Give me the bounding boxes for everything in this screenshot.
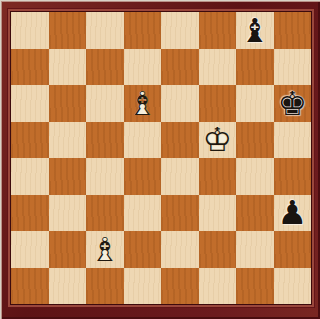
square-f7[interactable] [199,49,237,86]
square-c1[interactable] [86,268,124,305]
square-c3[interactable] [86,195,124,232]
square-d5[interactable] [124,122,162,159]
square-h6[interactable]: ♚ [274,85,312,122]
square-b1[interactable] [49,268,87,305]
square-d6[interactable]: ♝♗ [124,85,162,122]
square-b4[interactable] [49,158,87,195]
square-h8[interactable] [274,12,312,49]
black-king[interactable]: ♚ [274,85,312,122]
black-pawn-glyph: ♟ [274,195,312,232]
square-g8[interactable]: ♝ [236,12,274,49]
square-b3[interactable] [49,195,87,232]
square-g5[interactable] [236,122,274,159]
black-bishop[interactable]: ♝ [236,12,274,49]
square-g7[interactable] [236,49,274,86]
black-king-glyph: ♚ [274,85,312,122]
square-d1[interactable] [124,268,162,305]
square-g3[interactable] [236,195,274,232]
square-f1[interactable] [199,268,237,305]
square-b6[interactable] [49,85,87,122]
square-c6[interactable] [86,85,124,122]
black-bishop-glyph: ♝ [236,12,274,49]
square-c5[interactable] [86,122,124,159]
square-c8[interactable] [86,12,124,49]
square-g6[interactable] [236,85,274,122]
square-f3[interactable] [199,195,237,232]
square-b5[interactable] [49,122,87,159]
square-e1[interactable] [161,268,199,305]
square-e7[interactable] [161,49,199,86]
white-bishop-glyph: ♗ [124,85,162,122]
square-e3[interactable] [161,195,199,232]
square-b2[interactable] [49,231,87,268]
square-e5[interactable] [161,122,199,159]
square-d4[interactable] [124,158,162,195]
square-a2[interactable] [11,231,49,268]
square-a4[interactable] [11,158,49,195]
square-c7[interactable] [86,49,124,86]
square-b7[interactable] [49,49,87,86]
square-a3[interactable] [11,195,49,232]
square-c2[interactable]: ♝♗ [86,231,124,268]
white-bishop[interactable]: ♝♗ [86,231,124,268]
white-king-glyph: ♔ [199,122,237,159]
square-f5[interactable]: ♚♔ [199,122,237,159]
square-e8[interactable] [161,12,199,49]
square-a8[interactable] [11,12,49,49]
square-a7[interactable] [11,49,49,86]
square-a6[interactable] [11,85,49,122]
square-g2[interactable] [236,231,274,268]
square-b8[interactable] [49,12,87,49]
square-e2[interactable] [161,231,199,268]
square-d2[interactable] [124,231,162,268]
square-f8[interactable] [199,12,237,49]
square-h3[interactable]: ♟ [274,195,312,232]
square-c4[interactable] [86,158,124,195]
square-f2[interactable] [199,231,237,268]
square-a1[interactable] [11,268,49,305]
square-h4[interactable] [274,158,312,195]
square-h7[interactable] [274,49,312,86]
square-d7[interactable] [124,49,162,86]
square-e4[interactable] [161,158,199,195]
square-e6[interactable] [161,85,199,122]
square-h2[interactable] [274,231,312,268]
white-king[interactable]: ♚♔ [199,122,237,159]
black-pawn[interactable]: ♟ [274,195,312,232]
white-bishop[interactable]: ♝♗ [124,85,162,122]
square-f4[interactable] [199,158,237,195]
chess-diagram: ♝♝♗♚♚♔♟♝♗ [0,0,320,319]
square-d3[interactable] [124,195,162,232]
square-g4[interactable] [236,158,274,195]
square-a5[interactable] [11,122,49,159]
white-bishop-glyph: ♗ [86,231,124,268]
square-h5[interactable] [274,122,312,159]
square-d8[interactable] [124,12,162,49]
square-h1[interactable] [274,268,312,305]
square-g1[interactable] [236,268,274,305]
square-f6[interactable] [199,85,237,122]
chess-board: ♝♝♗♚♚♔♟♝♗ [11,12,311,304]
